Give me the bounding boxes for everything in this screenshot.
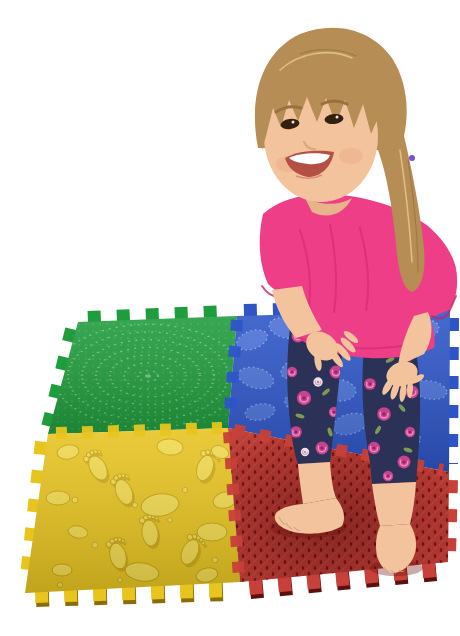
photo-illustration: Smiling young girl with light-brown hair… — [0, 0, 460, 636]
left-calf — [298, 462, 336, 504]
product-photo: Smiling young girl with light-brown hair… — [0, 0, 460, 636]
yellow-mat-texture — [20, 425, 245, 597]
hair-tie — [409, 155, 415, 161]
right-calf — [372, 482, 416, 526]
right-cheek — [339, 148, 363, 164]
yellow-mat — [20, 425, 245, 597]
